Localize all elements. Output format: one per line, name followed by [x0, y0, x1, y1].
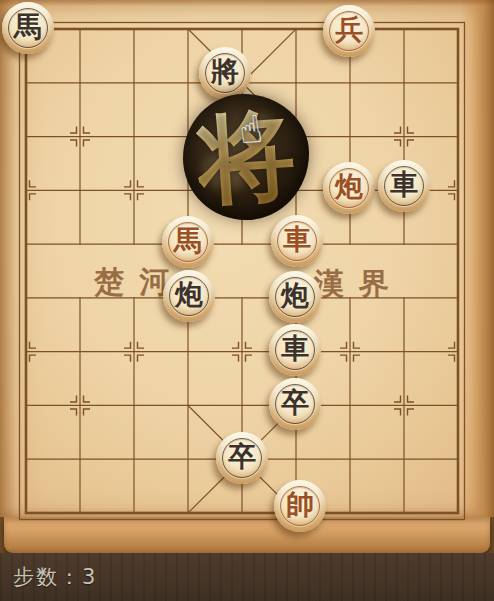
piece-glyph: 馬 — [14, 13, 42, 41]
piece-black-chariot-b[interactable]: 車 — [269, 324, 321, 376]
piece-glyph: 馬 — [174, 227, 202, 255]
piece-glyph: 車 — [283, 226, 311, 254]
piece-glyph: 帥 — [286, 491, 314, 519]
piece-glyph: 卒 — [281, 389, 309, 417]
piece-glyph: 兵 — [335, 16, 363, 44]
step-counter: 步数：3 — [13, 563, 97, 591]
step-counter-label: 步数 — [13, 565, 59, 589]
piece-red-soldier[interactable]: 兵 — [323, 5, 375, 57]
piece-black-cannon-b[interactable]: 炮 — [269, 271, 321, 323]
piece-black-chariot[interactable]: 車 — [378, 160, 430, 212]
piece-glyph: 將 — [211, 58, 239, 86]
piece-black-soldier-b[interactable]: 卒 — [216, 432, 268, 484]
piece-red-horse[interactable]: 馬 — [162, 216, 214, 268]
status-bar: 步数：3 — [0, 553, 494, 601]
piece-glyph: 車 — [281, 335, 309, 363]
piece-red-general[interactable]: 帥 — [274, 480, 326, 532]
step-counter-value: 3 — [82, 565, 97, 589]
piece-red-chariot[interactable]: 車 — [271, 215, 323, 267]
piece-glyph: 炮 — [281, 282, 309, 310]
piece-black-general[interactable]: 將 — [199, 47, 251, 99]
piece-glyph: 車 — [390, 171, 418, 199]
piece-glyph: 炮 — [335, 173, 363, 201]
piece-black-cannon-a[interactable]: 炮 — [163, 270, 215, 322]
piece-black-soldier-a[interactable]: 卒 — [269, 378, 321, 430]
piece-glyph: 卒 — [228, 443, 256, 471]
piece-glyph: 炮 — [175, 281, 203, 309]
piece-black-horse[interactable]: 馬 — [2, 2, 54, 54]
piece-red-cannon[interactable]: 炮 — [323, 162, 375, 214]
xiangqi-app: 楚河 漢界 馬兵將炮車馬車炮炮車卒卒帥 将 ☝ 步数：3 — [0, 0, 494, 601]
river-text-right: 漢界 — [314, 264, 404, 305]
step-counter-separator: ： — [59, 565, 82, 589]
